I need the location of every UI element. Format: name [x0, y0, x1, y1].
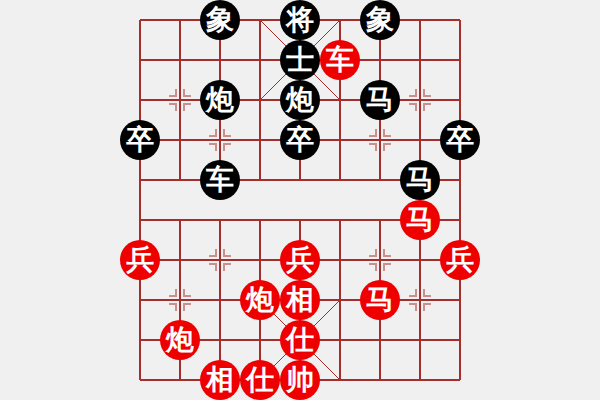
cell-6-7: 马 [360, 280, 400, 320]
piece-red-soldier[interactable]: 兵 [280, 240, 320, 280]
cell-8-3: 卒 [440, 120, 480, 160]
piece-black-cannon[interactable]: 炮 [280, 80, 320, 120]
cell-0-6: 兵 [120, 240, 160, 280]
piece-black-horse[interactable]: 马 [400, 160, 440, 200]
cell-1-8: 炮 [160, 320, 200, 360]
piece-red-soldier[interactable]: 兵 [440, 240, 480, 280]
pieces-grid: 象将象士车炮炮马卒卒卒车马马兵兵兵炮相马炮仕相仕帅 [120, 0, 480, 400]
piece-red-general[interactable]: 帅 [280, 360, 320, 400]
cell-7-4: 马 [400, 160, 440, 200]
piece-red-advisor[interactable]: 仕 [280, 320, 320, 360]
cell-5-1: 车 [320, 40, 360, 80]
piece-red-cannon[interactable]: 炮 [160, 320, 200, 360]
piece-black-advisor[interactable]: 士 [280, 40, 320, 80]
cell-2-9: 相 [200, 360, 240, 400]
cell-3-7: 炮 [240, 280, 280, 320]
piece-black-elephant[interactable]: 象 [360, 0, 400, 40]
cell-2-0: 象 [200, 0, 240, 40]
piece-red-soldier[interactable]: 兵 [120, 240, 160, 280]
cell-4-3: 卒 [280, 120, 320, 160]
piece-black-soldier[interactable]: 卒 [440, 120, 480, 160]
cell-2-4: 车 [200, 160, 240, 200]
piece-red-chariot[interactable]: 车 [320, 40, 360, 80]
cell-6-0: 象 [360, 0, 400, 40]
cell-0-3: 卒 [120, 120, 160, 160]
cell-8-6: 兵 [440, 240, 480, 280]
piece-red-elephant[interactable]: 相 [200, 360, 240, 400]
piece-red-cannon[interactable]: 炮 [240, 280, 280, 320]
cell-4-7: 相 [280, 280, 320, 320]
piece-black-soldier[interactable]: 卒 [280, 120, 320, 160]
cell-7-5: 马 [400, 200, 440, 240]
piece-red-horse[interactable]: 马 [400, 200, 440, 240]
cell-4-0: 将 [280, 0, 320, 40]
cell-3-9: 仕 [240, 360, 280, 400]
piece-black-general[interactable]: 将 [280, 0, 320, 40]
cell-4-1: 士 [280, 40, 320, 80]
xiangqi-board: 象将象士车炮炮马卒卒卒车马马兵兵兵炮相马炮仕相仕帅 [0, 0, 600, 400]
cell-6-2: 马 [360, 80, 400, 120]
piece-black-horse[interactable]: 马 [360, 80, 400, 120]
cell-4-9: 帅 [280, 360, 320, 400]
piece-red-horse[interactable]: 马 [360, 280, 400, 320]
cell-4-2: 炮 [280, 80, 320, 120]
piece-black-soldier[interactable]: 卒 [120, 120, 160, 160]
cell-4-8: 仕 [280, 320, 320, 360]
piece-black-chariot[interactable]: 车 [200, 160, 240, 200]
piece-black-elephant[interactable]: 象 [200, 0, 240, 40]
piece-red-elephant[interactable]: 相 [280, 280, 320, 320]
piece-red-advisor[interactable]: 仕 [240, 360, 280, 400]
cell-2-2: 炮 [200, 80, 240, 120]
piece-black-cannon[interactable]: 炮 [200, 80, 240, 120]
cell-4-6: 兵 [280, 240, 320, 280]
